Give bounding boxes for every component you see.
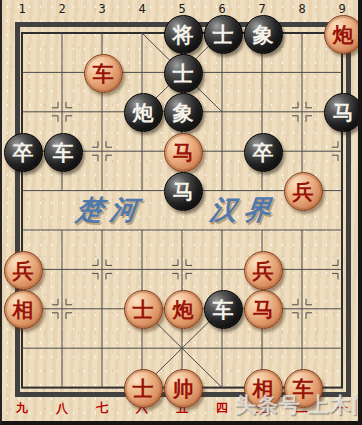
piece-black-advisor[interactable]: 士: [204, 15, 243, 54]
piece-black-general[interactable]: 将: [164, 15, 203, 54]
piece-black-chariot[interactable]: 车: [44, 133, 83, 172]
piece-black-soldier[interactable]: 卒: [244, 133, 283, 172]
piece-red-soldier[interactable]: 兵: [4, 251, 43, 290]
piece-black-chariot[interactable]: 车: [204, 290, 243, 329]
piece-black-horse[interactable]: 马: [324, 93, 362, 132]
piece-black-elephant[interactable]: 象: [244, 15, 283, 54]
watermark: 头条号 上木门斋: [235, 391, 362, 419]
piece-black-elephant[interactable]: 象: [164, 93, 203, 132]
piece-red-cannon[interactable]: 炮: [164, 290, 203, 329]
piece-red-soldier[interactable]: 兵: [284, 172, 323, 211]
piece-red-cannon[interactable]: 炮: [324, 15, 362, 54]
piece-red-horse[interactable]: 马: [244, 290, 283, 329]
piece-black-soldier[interactable]: 卒: [4, 133, 43, 172]
piece-red-horse[interactable]: 马: [164, 133, 203, 172]
xiangqi-board-app: 123456789 九八七六五四三二一 楚河 汉界 将士象炮车士炮象马卒车马卒马…: [0, 0, 362, 425]
piece-red-advisor[interactable]: 士: [124, 290, 163, 329]
piece-black-horse[interactable]: 马: [164, 172, 203, 211]
piece-red-chariot[interactable]: 车: [84, 54, 123, 93]
piece-red-elephant[interactable]: 相: [4, 290, 43, 329]
river-text-right: 汉界: [208, 191, 281, 229]
piece-red-advisor[interactable]: 士: [124, 369, 163, 408]
piece-black-cannon[interactable]: 炮: [124, 93, 163, 132]
piece-red-general[interactable]: 帅: [164, 369, 203, 408]
piece-red-soldier[interactable]: 兵: [244, 251, 283, 290]
river-text-left: 楚河: [74, 191, 147, 229]
piece-black-advisor[interactable]: 士: [164, 54, 203, 93]
